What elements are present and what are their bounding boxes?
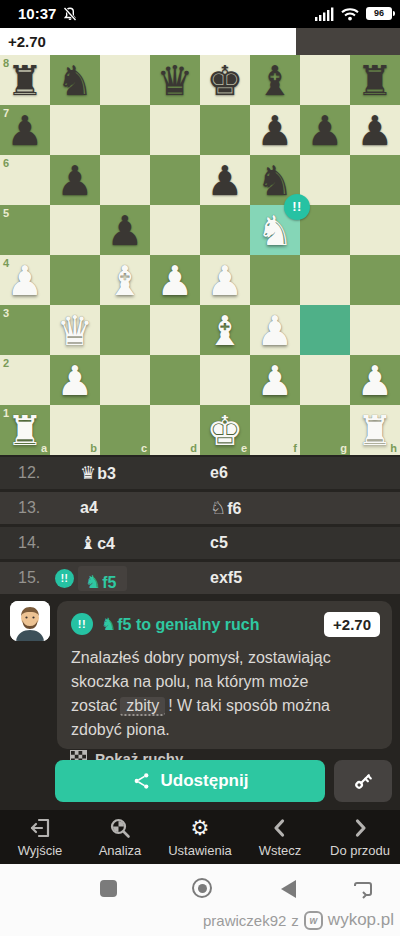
white-move[interactable]: a4	[80, 492, 98, 524]
nav-settings[interactable]: ⚙ Ustawienia	[160, 810, 240, 864]
black-pawn-f7[interactable]: ♟	[250, 105, 300, 155]
watermark-connector: z	[291, 912, 299, 929]
square-a5[interactable]: 5	[0, 205, 50, 255]
square-d6[interactable]	[150, 155, 200, 205]
back-button[interactable]	[281, 880, 296, 898]
square-a8[interactable]: 8♜	[0, 55, 50, 105]
brilliant-move-badge: !!	[284, 194, 310, 220]
square-f1[interactable]: f	[250, 405, 300, 455]
nav-forward-label: Do przodu	[330, 843, 390, 858]
square-e6[interactable]: ♟	[200, 155, 250, 205]
coach-avatar	[10, 601, 50, 641]
status-bar: 10:37 96	[0, 0, 400, 28]
square-b1[interactable]: b	[50, 405, 100, 455]
black-pawn-g7[interactable]: ♟	[300, 105, 350, 155]
move-number: 14.	[18, 527, 40, 559]
share-button[interactable]: Udostępnij	[55, 760, 325, 802]
square-f8[interactable]: ♝	[250, 55, 300, 105]
rank-label-2: 2	[3, 357, 9, 369]
black-pawn-h7[interactable]: ♟	[350, 105, 400, 155]
square-c7[interactable]	[100, 105, 150, 155]
watermark: prawiczek92 z w wykop.pl	[203, 910, 394, 930]
square-d1[interactable]: d	[150, 405, 200, 455]
white-move[interactable]: ♝c4	[80, 527, 115, 560]
square-h4[interactable]	[350, 255, 400, 305]
nav-exit[interactable]: Wyjście	[0, 810, 80, 864]
square-d4[interactable]: ♟	[150, 255, 200, 305]
glossary-term[interactable]: zbity	[120, 697, 165, 716]
coach-header: !! ♞f5 to genialny ruch +2.70	[71, 613, 378, 635]
watermark-user: prawiczek92	[203, 912, 286, 929]
square-g2[interactable]	[300, 355, 350, 405]
square-a1[interactable]: 1a♜	[0, 405, 50, 455]
square-d3[interactable]	[150, 305, 200, 355]
black-king-e8[interactable]: ♚	[200, 55, 250, 105]
coach-bubble: !! ♞f5 to genialny ruch +2.70 Znalazłeś …	[57, 601, 392, 749]
square-d7[interactable]	[150, 105, 200, 155]
white-bishop-c4[interactable]: ♝	[100, 255, 150, 305]
eval-chip: +2.70	[324, 612, 380, 637]
square-c5[interactable]: ♟	[100, 205, 150, 255]
system-bar: prawiczek92 z w wykop.pl	[0, 864, 400, 936]
clock: 10:37	[18, 5, 56, 22]
chevron-left-icon	[268, 816, 292, 840]
evaluation-bar: +2.70	[0, 28, 400, 55]
move-row-15: 15.!!♞f5exf5	[0, 562, 400, 594]
battery-icon: 96	[366, 7, 392, 20]
white-pawn-a4[interactable]: ♟	[0, 255, 50, 305]
square-g4[interactable]	[300, 255, 350, 305]
home-button[interactable]	[192, 878, 212, 898]
nav-settings-label: Ustawienia	[168, 843, 232, 858]
black-move[interactable]: c5	[210, 527, 228, 559]
move-list: 12.♛b3e613.a4♘f614.♝c4c515.!!♞f5exf5	[0, 457, 400, 597]
black-pawn-a7[interactable]: ♟	[0, 105, 50, 155]
eval-bar-white: +2.70	[0, 28, 296, 55]
exit-icon	[28, 816, 52, 840]
square-g6[interactable]	[300, 155, 350, 205]
white-move[interactable]: ♛b3	[80, 457, 116, 490]
square-f7[interactable]: ♟	[250, 105, 300, 155]
square-f2[interactable]: ♟	[250, 355, 300, 405]
move-row-13: 13.a4♘f6	[0, 492, 400, 524]
white-pawn-h2[interactable]: ♟	[350, 355, 400, 405]
nav-back[interactable]: Wstecz	[240, 810, 320, 864]
move-number: 12.	[18, 457, 40, 489]
nav-analysis[interactable]: Analiza	[80, 810, 160, 864]
chess-board: 8♜♞♛♚♝♜7♟♟♟♟6♟♟♞5♟♞4♟♝♟♟3♛♝♟2♟♟♟1a♜bcde♚…	[0, 55, 400, 455]
black-queen-d8[interactable]: ♛	[150, 55, 200, 105]
black-pawn-c5[interactable]: ♟	[100, 205, 150, 255]
square-h8[interactable]: ♜	[350, 55, 400, 105]
file-label-c: c	[141, 442, 147, 454]
nav-forward[interactable]: Do przodu	[320, 810, 400, 864]
move-figurine: ♘	[210, 497, 226, 518]
share-icon	[132, 771, 151, 791]
black-move[interactable]: e6	[210, 457, 228, 489]
file-label-g: g	[340, 442, 347, 454]
square-b7[interactable]	[50, 105, 100, 155]
wifi-icon	[340, 6, 360, 21]
white-pawn-f2[interactable]: ♟	[250, 355, 300, 405]
square-e8[interactable]: ♚	[200, 55, 250, 105]
eval-score: +2.70	[0, 28, 46, 55]
white-pawn-e4[interactable]: ♟	[200, 255, 250, 305]
square-b3[interactable]: ♛	[50, 305, 100, 355]
square-g8[interactable]	[300, 55, 350, 105]
move-figurine: ♛	[80, 462, 96, 483]
nav-back-label: Wstecz	[259, 843, 302, 858]
square-a7[interactable]: 7♟	[0, 105, 50, 155]
wykop-logo-icon: w	[304, 911, 323, 930]
white-pawn-d4[interactable]: ♟	[150, 255, 200, 305]
black-pawn-b6[interactable]: ♟	[50, 155, 100, 205]
analysis-icon	[108, 816, 132, 840]
rank-label-3: 3	[3, 307, 9, 319]
bottom-nav: Wyjście Analiza ⚙ Ustawienia Wstecz	[0, 810, 400, 864]
file-label-b: b	[90, 442, 97, 454]
square-b6[interactable]: ♟	[50, 155, 100, 205]
black-move[interactable]: ♘f6	[210, 492, 241, 525]
white-pawn-f3[interactable]: ♟	[250, 305, 300, 355]
square-h7[interactable]: ♟	[350, 105, 400, 155]
square-a4[interactable]: 4♟	[0, 255, 50, 305]
watermark-site: wykop.pl	[328, 910, 394, 930]
settings-gear-icon: ⚙	[191, 816, 210, 840]
square-c1[interactable]: c	[100, 405, 150, 455]
white-rook-a1[interactable]: ♜	[0, 405, 50, 455]
square-c2[interactable]	[100, 355, 150, 405]
black-move[interactable]: exf5	[210, 562, 242, 594]
square-e7[interactable]	[200, 105, 250, 155]
chess-analysis-app: 10:37 96	[0, 0, 400, 936]
recents-button[interactable]	[100, 880, 117, 897]
black-pawn-e6[interactable]: ♟	[200, 155, 250, 205]
rank-label-5: 5	[3, 207, 9, 219]
square-h2[interactable]: ♟	[350, 355, 400, 405]
brilliant-badge-icon: !!	[71, 613, 93, 635]
square-e1[interactable]: e♚	[200, 405, 250, 455]
knight-figurine: ♞	[101, 614, 116, 634]
key-icon	[352, 770, 374, 792]
black-knight-b8[interactable]: ♞	[50, 55, 100, 105]
coach-headline: ♞f5 to genialny ruch	[101, 614, 260, 634]
repost-loop-icon[interactable]	[351, 880, 373, 899]
square-f3[interactable]: ♟	[250, 305, 300, 355]
white-pawn-b2[interactable]: ♟	[50, 355, 100, 405]
move-figurine: ♝	[80, 532, 96, 553]
move-number: 13.	[18, 492, 40, 524]
move-number: 15.	[18, 562, 40, 594]
move-figurine: ♞	[85, 571, 101, 592]
square-b5[interactable]	[50, 205, 100, 255]
black-rook-a8[interactable]: ♜	[0, 55, 50, 105]
square-b2[interactable]: ♟	[50, 355, 100, 405]
square-c3[interactable]	[100, 305, 150, 355]
white-king-e1[interactable]: ♚	[200, 405, 250, 455]
square-h3[interactable]	[350, 305, 400, 355]
square-e3[interactable]: ♝	[200, 305, 250, 355]
square-e2[interactable]	[200, 355, 250, 405]
key-button[interactable]	[334, 760, 392, 802]
move-row-12: 12.♛b3e6	[0, 457, 400, 489]
share-label: Udostępnij	[161, 771, 249, 791]
square-b4[interactable]	[50, 255, 100, 305]
mute-bell-icon	[62, 6, 78, 22]
square-c6[interactable]	[100, 155, 150, 205]
square-h6[interactable]	[350, 155, 400, 205]
square-g7[interactable]: ♟	[300, 105, 350, 155]
signal-icon	[315, 7, 334, 21]
square-d8[interactable]: ♛	[150, 55, 200, 105]
move-row-14: 14.♝c4c5	[0, 527, 400, 559]
coach-text: Znalazłeś dobry pomysł, zostawiając skoc…	[71, 646, 376, 742]
square-e4[interactable]: ♟	[200, 255, 250, 305]
file-label-d: d	[190, 442, 197, 454]
square-a6[interactable]: 6	[0, 155, 50, 205]
brilliant-badge-small: !!	[55, 569, 74, 588]
black-bishop-f8[interactable]: ♝	[250, 55, 300, 105]
white-rook-h1[interactable]: ♜	[350, 405, 400, 455]
white-bishop-e3[interactable]: ♝	[200, 305, 250, 355]
white-queen-b3[interactable]: ♛	[50, 305, 100, 355]
nav-analysis-label: Analiza	[99, 843, 142, 858]
square-d5[interactable]	[150, 205, 200, 255]
square-a3[interactable]: 3	[0, 305, 50, 355]
square-c8[interactable]	[100, 55, 150, 105]
battery-percent: 96	[374, 8, 384, 18]
square-d2[interactable]	[150, 355, 200, 405]
square-g1[interactable]: g	[300, 405, 350, 455]
file-label-f: f	[293, 442, 297, 454]
square-b8[interactable]: ♞	[50, 55, 100, 105]
square-f4[interactable]	[250, 255, 300, 305]
square-c4[interactable]: ♝	[100, 255, 150, 305]
black-rook-h8[interactable]: ♜	[350, 55, 400, 105]
square-h1[interactable]: h♜	[350, 405, 400, 455]
square-g3[interactable]	[300, 305, 350, 355]
white-move[interactable]: ♞f5	[78, 566, 127, 591]
square-e5[interactable]	[200, 205, 250, 255]
square-h5[interactable]	[350, 205, 400, 255]
square-a2[interactable]: 2	[0, 355, 50, 405]
chevron-right-icon	[348, 816, 372, 840]
rank-label-6: 6	[3, 157, 9, 169]
nav-exit-label: Wyjście	[18, 843, 63, 858]
